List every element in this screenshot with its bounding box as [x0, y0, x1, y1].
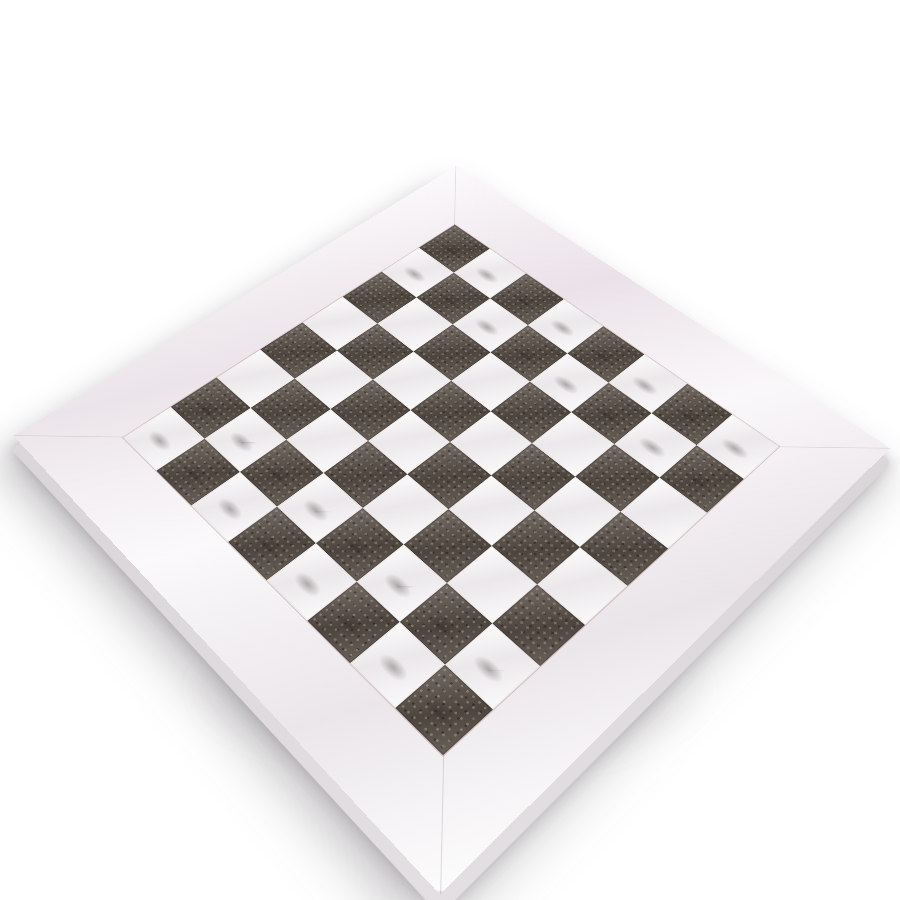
- chess-scene: ♜♞♝♛♚♝♞♜♟♟♟♟♟♟♟♟♟♟♟♟♟♟♟♟♜♞♝♛♚♝♞♜: [140, 132, 760, 752]
- pawn-glyph: ♟: [586, 373, 628, 420]
- pawn-glyph: ♟: [545, 343, 586, 389]
- rook-glyph: ♜: [409, 651, 469, 718]
- border-mitre-seam: [440, 753, 444, 894]
- square-d4[interactable]: [411, 381, 491, 442]
- pawn-glyph: ♟: [430, 261, 469, 304]
- pawn-glyph: ♟: [463, 619, 513, 675]
- pawn-glyph: ♟: [676, 436, 720, 485]
- pawn-glyph: ♟: [395, 236, 433, 278]
- pawn-glyph: ♟: [467, 287, 507, 331]
- border-mitre-seam: [777, 446, 890, 448]
- product-photo-stage: ♜♞♝♛♚♝♞♜♟♟♟♟♟♟♟♟♟♟♟♟♟♟♟♟♜♞♝♛♚♝♞♜: [0, 0, 900, 900]
- pawn-glyph: ♟: [417, 577, 466, 631]
- border-mitre-seam: [14, 435, 125, 437]
- pawn-glyph: ♟: [505, 314, 545, 359]
- pawn-glyph: ♟: [630, 404, 673, 452]
- square-g3[interactable]: [575, 444, 659, 511]
